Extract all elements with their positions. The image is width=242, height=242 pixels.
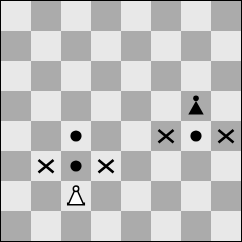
capture-x-marker: [31, 151, 61, 181]
capture-x-marker: [211, 121, 241, 151]
square-a3[interactable]: [1, 151, 31, 181]
square-h2[interactable]: [211, 181, 241, 211]
square-b5[interactable]: [31, 91, 61, 121]
move-dot-marker: [61, 151, 91, 181]
square-d1[interactable]: [91, 211, 121, 241]
square-c6[interactable]: [61, 61, 91, 91]
square-e1[interactable]: [121, 211, 151, 241]
square-a1[interactable]: [1, 211, 31, 241]
square-c7[interactable]: [61, 31, 91, 61]
square-g5[interactable]: [181, 91, 211, 121]
square-d7[interactable]: [91, 31, 121, 61]
square-c4[interactable]: [61, 121, 91, 151]
square-b4[interactable]: [31, 121, 61, 151]
square-d8[interactable]: [91, 1, 121, 31]
square-b3[interactable]: [31, 151, 61, 181]
square-g1[interactable]: [181, 211, 211, 241]
square-e4[interactable]: [121, 121, 151, 151]
square-c1[interactable]: [61, 211, 91, 241]
chess-board: [1, 1, 241, 241]
square-d3[interactable]: [91, 151, 121, 181]
square-h8[interactable]: [211, 1, 241, 31]
square-f6[interactable]: [151, 61, 181, 91]
square-b7[interactable]: [31, 31, 61, 61]
square-d5[interactable]: [91, 91, 121, 121]
square-h1[interactable]: [211, 211, 241, 241]
square-f5[interactable]: [151, 91, 181, 121]
square-f8[interactable]: [151, 1, 181, 31]
square-a5[interactable]: [1, 91, 31, 121]
square-a4[interactable]: [1, 121, 31, 151]
square-e6[interactable]: [121, 61, 151, 91]
square-f2[interactable]: [151, 181, 181, 211]
square-e2[interactable]: [121, 181, 151, 211]
square-c3[interactable]: [61, 151, 91, 181]
square-a2[interactable]: [1, 181, 31, 211]
square-d2[interactable]: [91, 181, 121, 211]
square-h5[interactable]: [211, 91, 241, 121]
square-d4[interactable]: [91, 121, 121, 151]
square-h4[interactable]: [211, 121, 241, 151]
square-c5[interactable]: [61, 91, 91, 121]
square-g3[interactable]: [181, 151, 211, 181]
square-f7[interactable]: [151, 31, 181, 61]
square-h6[interactable]: [211, 61, 241, 91]
square-c8[interactable]: [61, 1, 91, 31]
square-g4[interactable]: [181, 121, 211, 151]
square-g7[interactable]: [181, 31, 211, 61]
square-g8[interactable]: [181, 1, 211, 31]
chess-board-frame: [0, 0, 242, 242]
white-pawn[interactable]: [61, 181, 91, 211]
square-a6[interactable]: [1, 61, 31, 91]
square-g2[interactable]: [181, 181, 211, 211]
square-e7[interactable]: [121, 31, 151, 61]
square-b1[interactable]: [31, 211, 61, 241]
square-h7[interactable]: [211, 31, 241, 61]
square-a8[interactable]: [1, 1, 31, 31]
square-b2[interactable]: [31, 181, 61, 211]
square-e3[interactable]: [121, 151, 151, 181]
square-c2[interactable]: [61, 181, 91, 211]
capture-x-marker: [91, 151, 121, 181]
square-e8[interactable]: [121, 1, 151, 31]
black-pawn[interactable]: [181, 91, 211, 121]
square-a7[interactable]: [1, 31, 31, 61]
square-f3[interactable]: [151, 151, 181, 181]
square-e5[interactable]: [121, 91, 151, 121]
square-d6[interactable]: [91, 61, 121, 91]
square-g6[interactable]: [181, 61, 211, 91]
move-dot-marker: [61, 121, 91, 151]
square-b6[interactable]: [31, 61, 61, 91]
square-b8[interactable]: [31, 1, 61, 31]
capture-x-marker: [151, 121, 181, 151]
square-h3[interactable]: [211, 151, 241, 181]
move-dot-marker: [181, 121, 211, 151]
square-f4[interactable]: [151, 121, 181, 151]
square-f1[interactable]: [151, 211, 181, 241]
